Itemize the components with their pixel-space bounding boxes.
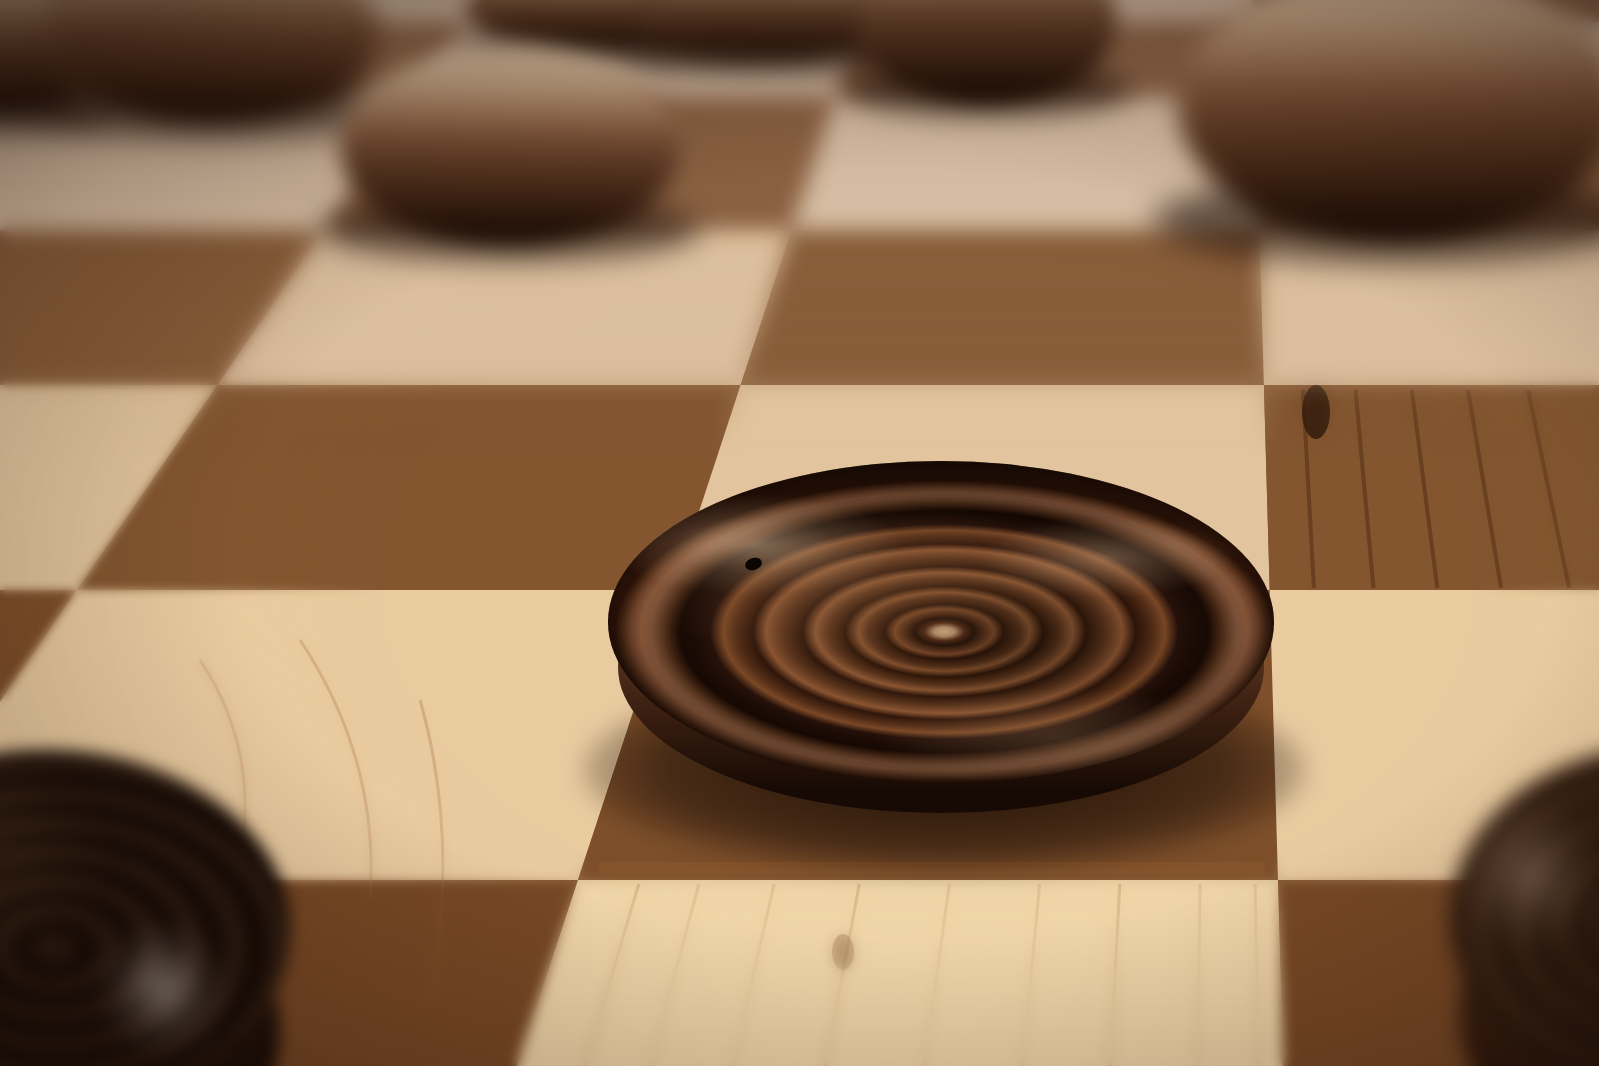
checker-back-a bbox=[48, 0, 378, 125]
checker-back-b-sv-body bbox=[340, 46, 680, 246]
checker-back-d bbox=[858, 0, 1116, 104]
checker-focus-hero-gloss bbox=[608, 461, 1274, 783]
checker-focus bbox=[608, 461, 1274, 835]
checker-bottom-right bbox=[1450, 745, 1599, 1066]
wood-knot bbox=[1302, 385, 1330, 439]
checker-bottom-left-tv-gloss bbox=[0, 750, 290, 1066]
checker-back-b bbox=[340, 46, 680, 246]
wood-grain bbox=[1198, 884, 1200, 1066]
wood-mark bbox=[832, 934, 854, 970]
checkers-photo bbox=[0, 0, 1599, 1066]
checker-back-e bbox=[1178, 0, 1599, 242]
checker-bottom-left bbox=[0, 750, 290, 1066]
square-r4c3 bbox=[741, 230, 1264, 385]
